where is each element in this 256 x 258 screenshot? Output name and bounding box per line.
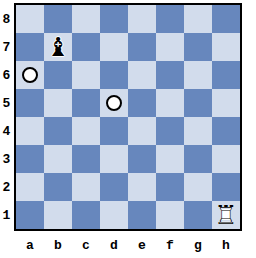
- square-f8[interactable]: [156, 5, 184, 33]
- black-bishop[interactable]: ♝: [46, 33, 69, 61]
- square-d2[interactable]: [100, 173, 128, 201]
- rank-label-4: 4: [0, 117, 13, 145]
- square-a2[interactable]: [16, 173, 44, 201]
- square-h1[interactable]: ♜♖: [212, 201, 240, 229]
- square-b6[interactable]: [44, 61, 72, 89]
- square-h8[interactable]: [212, 5, 240, 33]
- square-f3[interactable]: [156, 145, 184, 173]
- square-a3[interactable]: [16, 145, 44, 173]
- square-d6[interactable]: [100, 61, 128, 89]
- square-g2[interactable]: [184, 173, 212, 201]
- circle-annotation-a6: [22, 67, 38, 83]
- file-label-h: h: [212, 235, 240, 255]
- file-label-c: c: [72, 235, 100, 255]
- chess-diagram: { "game": "chess", "position": { "fen": …: [0, 0, 256, 258]
- square-b8[interactable]: [44, 5, 72, 33]
- square-h5[interactable]: [212, 89, 240, 117]
- file-label-g: g: [184, 235, 212, 255]
- square-g3[interactable]: [184, 145, 212, 173]
- square-d8[interactable]: [100, 5, 128, 33]
- square-h6[interactable]: [212, 61, 240, 89]
- square-e4[interactable]: [128, 117, 156, 145]
- rank-label-6: 6: [0, 61, 13, 89]
- square-d7[interactable]: [100, 33, 128, 61]
- square-c8[interactable]: [72, 5, 100, 33]
- square-f5[interactable]: [156, 89, 184, 117]
- rank-label-8: 8: [0, 5, 13, 33]
- rank-label-5: 5: [0, 89, 13, 117]
- square-e1[interactable]: [128, 201, 156, 229]
- square-a6[interactable]: [16, 61, 44, 89]
- square-b5[interactable]: [44, 89, 72, 117]
- square-b1[interactable]: [44, 201, 72, 229]
- square-c6[interactable]: [72, 61, 100, 89]
- square-g8[interactable]: [184, 5, 212, 33]
- file-label-b: b: [44, 235, 72, 255]
- square-c4[interactable]: [72, 117, 100, 145]
- square-g5[interactable]: [184, 89, 212, 117]
- square-e6[interactable]: [128, 61, 156, 89]
- circle-annotation-d5: [106, 95, 122, 111]
- file-label-f: f: [156, 235, 184, 255]
- rank-label-2: 2: [0, 173, 13, 201]
- square-h7[interactable]: [212, 33, 240, 61]
- square-a1[interactable]: [16, 201, 44, 229]
- file-label-a: a: [16, 235, 44, 255]
- square-c2[interactable]: [72, 173, 100, 201]
- white-rook-fill: ♜: [214, 201, 237, 229]
- square-d5[interactable]: [100, 89, 128, 117]
- square-b4[interactable]: [44, 117, 72, 145]
- rank-label-3: 3: [0, 145, 13, 173]
- square-f7[interactable]: [156, 33, 184, 61]
- square-e8[interactable]: [128, 5, 156, 33]
- square-a5[interactable]: [16, 89, 44, 117]
- square-h3[interactable]: [212, 145, 240, 173]
- square-f1[interactable]: [156, 201, 184, 229]
- square-c3[interactable]: [72, 145, 100, 173]
- square-b7[interactable]: ♝: [44, 33, 72, 61]
- square-d1[interactable]: [100, 201, 128, 229]
- square-b3[interactable]: [44, 145, 72, 173]
- file-label-d: d: [100, 235, 128, 255]
- rank-label-7: 7: [0, 33, 13, 61]
- square-e3[interactable]: [128, 145, 156, 173]
- square-e5[interactable]: [128, 89, 156, 117]
- square-g6[interactable]: [184, 61, 212, 89]
- square-a7[interactable]: [16, 33, 44, 61]
- square-f2[interactable]: [156, 173, 184, 201]
- square-g4[interactable]: [184, 117, 212, 145]
- square-g7[interactable]: [184, 33, 212, 61]
- square-c5[interactable]: [72, 89, 100, 117]
- square-h4[interactable]: [212, 117, 240, 145]
- square-b2[interactable]: [44, 173, 72, 201]
- square-a4[interactable]: [16, 117, 44, 145]
- file-label-e: e: [128, 235, 156, 255]
- square-e2[interactable]: [128, 173, 156, 201]
- square-d3[interactable]: [100, 145, 128, 173]
- square-d4[interactable]: [100, 117, 128, 145]
- square-c7[interactable]: [72, 33, 100, 61]
- square-a8[interactable]: [16, 5, 44, 33]
- square-f6[interactable]: [156, 61, 184, 89]
- rank-label-1: 1: [0, 201, 13, 229]
- white-rook[interactable]: ♜♖: [214, 201, 237, 229]
- square-f4[interactable]: [156, 117, 184, 145]
- square-h2[interactable]: [212, 173, 240, 201]
- chess-board: ♝♜♖: [14, 3, 242, 231]
- square-c1[interactable]: [72, 201, 100, 229]
- square-g1[interactable]: [184, 201, 212, 229]
- square-e7[interactable]: [128, 33, 156, 61]
